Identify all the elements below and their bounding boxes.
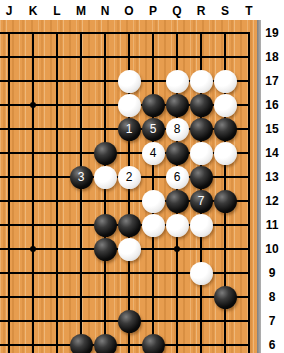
white-stone-P11 (142, 214, 165, 237)
intersection-M13[interactable]: 3 (69, 165, 93, 189)
column-label-P: P (141, 2, 165, 20)
black-stone-S8 (214, 286, 237, 309)
black-stone-N11 (94, 214, 117, 237)
move-number-6: 6 (174, 166, 181, 189)
white-stone-O17 (118, 70, 141, 93)
column-label-S: S (213, 2, 237, 20)
row-label-9: 9 (261, 263, 283, 283)
row-label-19: 19 (261, 23, 283, 43)
intersection-Q12[interactable] (165, 189, 189, 213)
black-stone-N14 (94, 142, 117, 165)
intersection-R13[interactable] (189, 165, 213, 189)
black-stone-M6 (70, 334, 93, 353)
column-label-R: R (189, 2, 213, 20)
white-stone-O10 (118, 238, 141, 261)
intersection-P12[interactable] (141, 189, 165, 213)
intersection-O7[interactable] (117, 309, 141, 333)
move-number-3: 3 (78, 166, 85, 189)
move-number-2: 2 (126, 166, 133, 189)
white-stone-S17 (214, 70, 237, 93)
move-number-4: 4 (150, 142, 157, 165)
go-board[interactable]: 15843267 (0, 20, 257, 353)
column-label-K: K (21, 2, 45, 20)
intersection-O17[interactable] (117, 69, 141, 93)
white-stone-O13: 2 (118, 166, 141, 189)
black-stone-Q16 (166, 94, 189, 117)
white-stone-R11 (190, 214, 213, 237)
intersection-P11[interactable] (141, 213, 165, 237)
black-stone-O15: 1 (118, 118, 141, 141)
intersection-O10[interactable] (117, 237, 141, 261)
intersection-P6[interactable] (141, 333, 165, 353)
row-label-14: 14 (261, 143, 283, 163)
move-number-7: 7 (198, 190, 205, 213)
white-stone-P12 (142, 190, 165, 213)
intersection-N14[interactable] (93, 141, 117, 165)
column-label-L: L (45, 2, 69, 20)
black-stone-S12 (214, 190, 237, 213)
intersection-P15[interactable]: 5 (141, 117, 165, 141)
intersection-Q15[interactable]: 8 (165, 117, 189, 141)
black-stone-P16 (142, 94, 165, 117)
black-stone-N10 (94, 238, 117, 261)
intersection-R11[interactable] (189, 213, 213, 237)
intersection-Q14[interactable] (165, 141, 189, 165)
intersection-R16[interactable] (189, 93, 213, 117)
column-label-T: T (237, 2, 261, 20)
stone-grid: 15843267 (0, 21, 257, 353)
intersection-S8[interactable] (213, 285, 237, 309)
white-stone-P14: 4 (142, 142, 165, 165)
intersection-R15[interactable] (189, 117, 213, 141)
move-number-5: 5 (150, 118, 157, 141)
black-stone-R12: 7 (190, 190, 213, 213)
row-label-11: 11 (261, 215, 283, 235)
black-stone-Q14 (166, 142, 189, 165)
intersection-S17[interactable] (213, 69, 237, 93)
black-stone-P15: 5 (142, 118, 165, 141)
row-label-17: 17 (261, 71, 283, 91)
row-label-10: 10 (261, 239, 283, 259)
intersection-P14[interactable]: 4 (141, 141, 165, 165)
black-stone-O11 (118, 214, 141, 237)
row-label-7: 7 (261, 311, 283, 331)
intersection-R12[interactable]: 7 (189, 189, 213, 213)
black-stone-N6 (94, 334, 117, 353)
intersection-P16[interactable] (141, 93, 165, 117)
intersection-N6[interactable] (93, 333, 117, 353)
white-stone-N13 (94, 166, 117, 189)
white-stone-O16 (118, 94, 141, 117)
column-label-N: N (93, 2, 117, 20)
white-stone-Q15: 8 (166, 118, 189, 141)
intersection-N13[interactable] (93, 165, 117, 189)
move-number-8: 8 (174, 118, 181, 141)
row-label-6: 6 (261, 335, 283, 353)
black-stone-O7 (118, 310, 141, 333)
row-label-12: 12 (261, 191, 283, 211)
black-stone-M13: 3 (70, 166, 93, 189)
column-label-Q: Q (165, 2, 189, 20)
intersection-R14[interactable] (189, 141, 213, 165)
go-diagram-page: JKLMNOPQRST 15843267 1918171615141312111… (0, 0, 284, 353)
black-stone-Q12 (166, 190, 189, 213)
row-label-15: 15 (261, 119, 283, 139)
row-label-8: 8 (261, 287, 283, 307)
black-stone-P6 (142, 334, 165, 353)
intersection-Q13[interactable]: 6 (165, 165, 189, 189)
white-stone-S14 (214, 142, 237, 165)
row-label-13: 13 (261, 167, 283, 187)
intersection-Q16[interactable] (165, 93, 189, 117)
move-number-1: 1 (126, 118, 133, 141)
intersection-Q17[interactable] (165, 69, 189, 93)
white-stone-Q17 (166, 70, 189, 93)
intersection-O15[interactable]: 1 (117, 117, 141, 141)
column-label-O: O (117, 2, 141, 20)
intersection-N11[interactable] (93, 213, 117, 237)
intersection-S12[interactable] (213, 189, 237, 213)
intersection-O13[interactable]: 2 (117, 165, 141, 189)
column-label-J: J (0, 2, 21, 20)
white-stone-S16 (214, 94, 237, 117)
black-stone-R16 (190, 94, 213, 117)
intersection-S15[interactable] (213, 117, 237, 141)
column-label-M: M (69, 2, 93, 20)
black-stone-S15 (214, 118, 237, 141)
intersection-S14[interactable] (213, 141, 237, 165)
intersection-R9[interactable] (189, 261, 213, 285)
intersection-O11[interactable] (117, 213, 141, 237)
white-stone-Q11 (166, 214, 189, 237)
white-stone-R9 (190, 262, 213, 285)
row-label-16: 16 (261, 95, 283, 115)
white-stone-R14 (190, 142, 213, 165)
white-stone-R17 (190, 70, 213, 93)
row-label-18: 18 (261, 47, 283, 67)
black-stone-R15 (190, 118, 213, 141)
intersection-Q11[interactable] (165, 213, 189, 237)
intersection-R17[interactable] (189, 69, 213, 93)
black-stone-R13 (190, 166, 213, 189)
intersection-S16[interactable] (213, 93, 237, 117)
intersection-N10[interactable] (93, 237, 117, 261)
intersection-O16[interactable] (117, 93, 141, 117)
white-stone-Q13: 6 (166, 166, 189, 189)
intersection-M6[interactable] (69, 333, 93, 353)
